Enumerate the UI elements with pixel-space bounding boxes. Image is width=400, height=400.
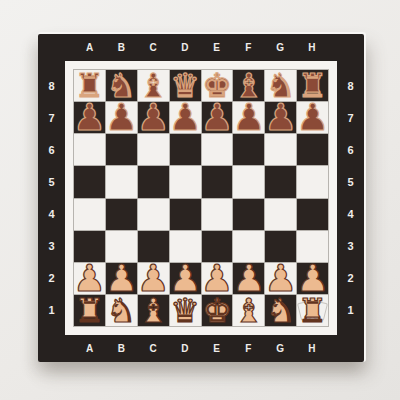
square-a1: ♜: [74, 295, 105, 326]
piece-dark-king: ♚: [202, 70, 232, 101]
square-e3: [202, 231, 233, 262]
chess-board: ABCDEFGH ABCDEFGH 87654321 87654321 ♜♞♝♛…: [38, 34, 364, 362]
square-c6: [138, 134, 169, 165]
file-label-h-top: H: [296, 34, 328, 61]
file-label-e-bottom: E: [201, 335, 233, 362]
square-d5: [170, 166, 201, 197]
square-e8: ♚: [202, 70, 233, 101]
piece-light-pawn: ♟: [233, 263, 264, 294]
square-a3: [74, 231, 105, 262]
file-label-f-top: F: [233, 34, 265, 61]
square-b4: [106, 199, 137, 230]
rank-label-6-right: 6: [337, 134, 364, 166]
file-label-a-top: A: [74, 34, 106, 61]
square-e6: [202, 134, 233, 165]
square-h5: [297, 166, 328, 197]
rank-label-3-right: 3: [337, 230, 364, 262]
piece-dark-bishop: ♝: [234, 70, 264, 101]
piece-dark-pawn: ♟: [138, 102, 169, 133]
square-f7: ♟: [233, 102, 264, 133]
rank-label-6-left: 6: [38, 134, 65, 166]
rank-label-7-left: 7: [38, 102, 65, 134]
rank-label-2-right: 2: [337, 262, 364, 294]
square-b3: [106, 231, 137, 262]
square-c4: [138, 199, 169, 230]
square-h8: ♜: [297, 70, 328, 101]
piece-dark-knight: ♞: [266, 70, 296, 101]
square-a7: ♟: [74, 102, 105, 133]
squares-grid: ♜♞♝♛♚♝♞♜♟♟♟♟♟♟♟♟♟♟♟♟♟♟♟♟♜♞♝♛♚♝♞♜: [73, 69, 329, 327]
rank-labels-left: 87654321: [38, 70, 65, 326]
square-f6: [233, 134, 264, 165]
piece-light-pawn: ♟: [297, 263, 328, 294]
file-label-f-bottom: F: [233, 335, 265, 362]
rank-label-8-left: 8: [38, 70, 65, 102]
square-h7: ♟: [297, 102, 328, 133]
square-b1: ♞: [106, 295, 137, 326]
file-labels-bottom: ABCDEFGH: [74, 335, 328, 362]
rank-label-2-left: 2: [38, 262, 65, 294]
file-label-c-bottom: C: [138, 335, 170, 362]
square-d7: ♟: [170, 102, 201, 133]
square-h4: [297, 199, 328, 230]
piece-light-queen: ♛: [170, 295, 200, 326]
rank-label-4-left: 4: [38, 198, 65, 230]
square-a4: [74, 199, 105, 230]
file-label-d-bottom: D: [169, 335, 201, 362]
file-label-g-top: G: [265, 34, 297, 61]
piece-light-king: ♚: [202, 295, 232, 326]
square-c5: [138, 166, 169, 197]
file-label-h-bottom: H: [296, 335, 328, 362]
piece-dark-pawn: ♟: [170, 102, 201, 133]
square-f2: ♟: [233, 263, 264, 294]
piece-dark-pawn: ♟: [202, 102, 233, 133]
square-c8: ♝: [138, 70, 169, 101]
piece-dark-queen: ♛: [170, 70, 200, 101]
square-d2: ♟: [170, 263, 201, 294]
piece-light-pawn: ♟: [170, 263, 201, 294]
square-d1: ♛: [170, 295, 201, 326]
file-label-b-bottom: B: [106, 335, 138, 362]
piece-dark-pawn: ♟: [297, 102, 328, 133]
square-b5: [106, 166, 137, 197]
square-c7: ♟: [138, 102, 169, 133]
rank-label-3-left: 3: [38, 230, 65, 262]
piece-dark-knight: ♞: [107, 70, 137, 101]
file-labels-top: ABCDEFGH: [74, 34, 328, 61]
square-a2: ♟: [74, 263, 105, 294]
file-label-d-top: D: [169, 34, 201, 61]
rank-label-7-right: 7: [337, 102, 364, 134]
square-b7: ♟: [106, 102, 137, 133]
piece-light-bishop: ♝: [138, 295, 168, 326]
square-f4: [233, 199, 264, 230]
piece-light-knight: ♞: [107, 295, 137, 326]
square-h6: [297, 134, 328, 165]
file-label-e-top: E: [201, 34, 233, 61]
rank-label-8-right: 8: [337, 70, 364, 102]
wall-background: ABCDEFGH ABCDEFGH 87654321 87654321 ♜♞♝♛…: [0, 0, 400, 400]
square-c2: ♟: [138, 263, 169, 294]
square-d3: [170, 231, 201, 262]
piece-light-pawn: ♟: [106, 263, 137, 294]
square-a5: [74, 166, 105, 197]
piece-light-pawn: ♟: [265, 263, 296, 294]
square-e4: [202, 199, 233, 230]
piece-light-pawn: ♟: [202, 263, 233, 294]
square-g8: ♞: [265, 70, 296, 101]
square-a8: ♜: [74, 70, 105, 101]
square-g2: ♟: [265, 263, 296, 294]
piece-dark-pawn: ♟: [265, 102, 296, 133]
square-f8: ♝: [233, 70, 264, 101]
piece-light-rook: ♜: [298, 295, 328, 326]
square-f5: [233, 166, 264, 197]
square-h1: ♜: [297, 295, 328, 326]
square-b8: ♞: [106, 70, 137, 101]
square-g7: ♟: [265, 102, 296, 133]
file-label-c-top: C: [138, 34, 170, 61]
piece-light-bishop: ♝: [234, 295, 264, 326]
file-label-g-bottom: G: [265, 335, 297, 362]
square-h2: ♟: [297, 263, 328, 294]
rank-labels-right: 87654321: [337, 70, 364, 326]
rank-label-1-left: 1: [38, 294, 65, 326]
file-label-a-bottom: A: [74, 335, 106, 362]
rank-label-1-right: 1: [337, 294, 364, 326]
piece-dark-pawn: ♟: [74, 102, 105, 133]
square-g4: [265, 199, 296, 230]
square-g5: [265, 166, 296, 197]
file-label-b-top: B: [106, 34, 138, 61]
piece-dark-pawn: ♟: [106, 102, 137, 133]
square-g3: [265, 231, 296, 262]
square-b2: ♟: [106, 263, 137, 294]
board-mat: ♜♞♝♛♚♝♞♜♟♟♟♟♟♟♟♟♟♟♟♟♟♟♟♟♜♞♝♛♚♝♞♜: [65, 61, 337, 335]
square-d4: [170, 199, 201, 230]
square-e2: ♟: [202, 263, 233, 294]
square-d6: [170, 134, 201, 165]
square-e1: ♚: [202, 295, 233, 326]
rank-label-5-left: 5: [38, 166, 65, 198]
piece-dark-bishop: ♝: [138, 70, 168, 101]
square-e5: [202, 166, 233, 197]
square-f3: [233, 231, 264, 262]
piece-light-rook: ♜: [75, 295, 105, 326]
piece-dark-pawn: ♟: [233, 102, 264, 133]
square-c1: ♝: [138, 295, 169, 326]
square-g1: ♞: [265, 295, 296, 326]
square-b6: [106, 134, 137, 165]
square-f1: ♝: [233, 295, 264, 326]
rank-label-5-right: 5: [337, 166, 364, 198]
rank-label-4-right: 4: [337, 198, 364, 230]
square-a6: [74, 134, 105, 165]
square-d8: ♛: [170, 70, 201, 101]
piece-light-knight: ♞: [266, 295, 296, 326]
square-e7: ♟: [202, 102, 233, 133]
piece-light-pawn: ♟: [74, 263, 105, 294]
piece-dark-rook: ♜: [298, 70, 328, 101]
square-c3: [138, 231, 169, 262]
square-g6: [265, 134, 296, 165]
square-h3: [297, 231, 328, 262]
piece-dark-rook: ♜: [75, 70, 105, 101]
piece-light-pawn: ♟: [138, 263, 169, 294]
